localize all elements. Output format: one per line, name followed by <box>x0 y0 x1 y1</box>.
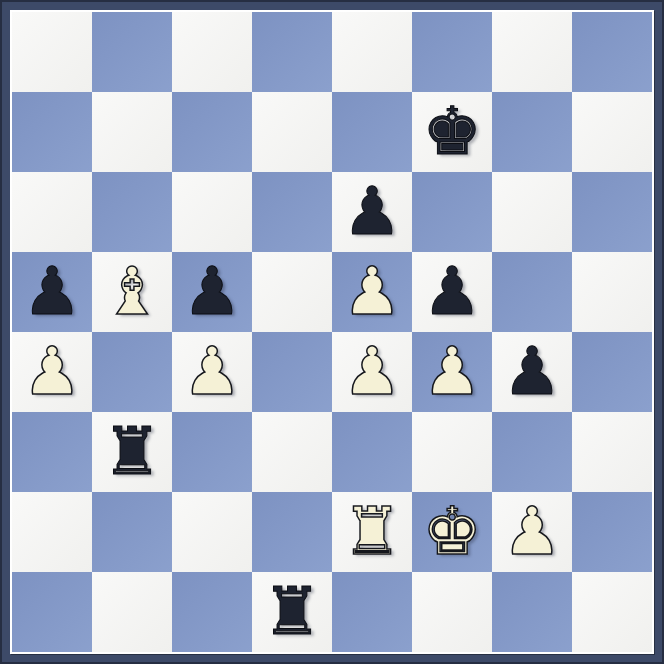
square-c3[interactable] <box>172 412 252 492</box>
square-a3[interactable] <box>12 412 92 492</box>
square-g6[interactable] <box>492 172 572 252</box>
square-h1[interactable] <box>572 572 652 652</box>
square-a1[interactable] <box>12 572 92 652</box>
square-g4[interactable]: ♟ <box>492 332 572 412</box>
square-h3[interactable] <box>572 412 652 492</box>
piece-black-pawn-f5[interactable]: ♟ <box>422 252 481 332</box>
square-d5[interactable] <box>252 252 332 332</box>
square-b1[interactable] <box>92 572 172 652</box>
square-a4[interactable]: ♟ <box>12 332 92 412</box>
square-a5[interactable]: ♟ <box>12 252 92 332</box>
square-d3[interactable] <box>252 412 332 492</box>
square-c5[interactable]: ♟ <box>172 252 252 332</box>
square-a2[interactable] <box>12 492 92 572</box>
square-d2[interactable] <box>252 492 332 572</box>
square-b6[interactable] <box>92 172 172 252</box>
piece-white-pawn-f4[interactable]: ♟ <box>422 332 481 412</box>
piece-white-rook-e2[interactable]: ♜ <box>342 492 401 572</box>
chess-board: ♚♟♟♝♟♟♟♟♟♟♟♟♜♜♚♟♜ <box>12 12 652 652</box>
square-e7[interactable] <box>332 92 412 172</box>
square-g8[interactable] <box>492 12 572 92</box>
square-c2[interactable] <box>172 492 252 572</box>
square-f8[interactable] <box>412 12 492 92</box>
piece-black-pawn-g4[interactable]: ♟ <box>502 332 561 412</box>
piece-black-pawn-a5[interactable]: ♟ <box>22 252 81 332</box>
square-d7[interactable] <box>252 92 332 172</box>
piece-white-king-f2[interactable]: ♚ <box>422 492 481 572</box>
square-h2[interactable] <box>572 492 652 572</box>
square-f1[interactable] <box>412 572 492 652</box>
square-f2[interactable]: ♚ <box>412 492 492 572</box>
square-h6[interactable] <box>572 172 652 252</box>
piece-black-pawn-c5[interactable]: ♟ <box>182 252 241 332</box>
square-b2[interactable] <box>92 492 172 572</box>
square-b5[interactable]: ♝ <box>92 252 172 332</box>
square-d1[interactable]: ♜ <box>252 572 332 652</box>
square-b3[interactable]: ♜ <box>92 412 172 492</box>
piece-black-pawn-e6[interactable]: ♟ <box>342 172 401 252</box>
square-h8[interactable] <box>572 12 652 92</box>
square-h7[interactable] <box>572 92 652 172</box>
square-f3[interactable] <box>412 412 492 492</box>
square-h5[interactable] <box>572 252 652 332</box>
piece-white-bishop-b5[interactable]: ♝ <box>102 252 161 332</box>
square-d8[interactable] <box>252 12 332 92</box>
square-e4[interactable]: ♟ <box>332 332 412 412</box>
board-frame: ♚♟♟♝♟♟♟♟♟♟♟♟♜♜♚♟♜ <box>0 0 664 664</box>
piece-black-king-f7[interactable]: ♚ <box>422 92 481 172</box>
board-inner-trim: ♚♟♟♝♟♟♟♟♟♟♟♟♜♜♚♟♜ <box>10 10 654 654</box>
square-b4[interactable] <box>92 332 172 412</box>
square-c8[interactable] <box>172 12 252 92</box>
square-c7[interactable] <box>172 92 252 172</box>
square-c6[interactable] <box>172 172 252 252</box>
piece-white-pawn-e4[interactable]: ♟ <box>342 332 401 412</box>
piece-white-pawn-g2[interactable]: ♟ <box>502 492 561 572</box>
piece-white-pawn-c4[interactable]: ♟ <box>182 332 241 412</box>
square-e6[interactable]: ♟ <box>332 172 412 252</box>
square-e3[interactable] <box>332 412 412 492</box>
square-g1[interactable] <box>492 572 572 652</box>
square-h4[interactable] <box>572 332 652 412</box>
piece-white-pawn-a4[interactable]: ♟ <box>22 332 81 412</box>
piece-black-rook-d1[interactable]: ♜ <box>262 572 321 652</box>
square-c4[interactable]: ♟ <box>172 332 252 412</box>
square-g2[interactable]: ♟ <box>492 492 572 572</box>
square-d6[interactable] <box>252 172 332 252</box>
piece-black-rook-b3[interactable]: ♜ <box>102 412 161 492</box>
square-e2[interactable]: ♜ <box>332 492 412 572</box>
square-f5[interactable]: ♟ <box>412 252 492 332</box>
square-c1[interactable] <box>172 572 252 652</box>
square-a6[interactable] <box>12 172 92 252</box>
square-g5[interactable] <box>492 252 572 332</box>
piece-white-pawn-e5[interactable]: ♟ <box>342 252 401 332</box>
square-b7[interactable] <box>92 92 172 172</box>
square-f7[interactable]: ♚ <box>412 92 492 172</box>
square-f4[interactable]: ♟ <box>412 332 492 412</box>
square-e5[interactable]: ♟ <box>332 252 412 332</box>
square-b8[interactable] <box>92 12 172 92</box>
square-g7[interactable] <box>492 92 572 172</box>
square-a8[interactable] <box>12 12 92 92</box>
square-g3[interactable] <box>492 412 572 492</box>
square-d4[interactable] <box>252 332 332 412</box>
square-e1[interactable] <box>332 572 412 652</box>
square-e8[interactable] <box>332 12 412 92</box>
square-a7[interactable] <box>12 92 92 172</box>
square-f6[interactable] <box>412 172 492 252</box>
